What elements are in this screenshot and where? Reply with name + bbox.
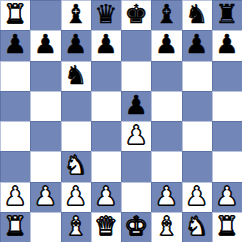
square-c3[interactable]: ♞ (61, 151, 91, 181)
piece-white-rook: ♜ (3, 213, 26, 239)
square-h4[interactable] (212, 121, 242, 151)
square-e2[interactable] (121, 182, 151, 212)
piece-white-pawn: ♟ (64, 183, 87, 209)
square-g8[interactable]: ♞ (182, 0, 212, 30)
square-h7[interactable]: ♟ (212, 30, 242, 60)
square-c1[interactable]: ♝ (61, 212, 91, 242)
square-a3[interactable] (0, 151, 30, 181)
square-d5[interactable] (91, 91, 121, 121)
square-f5[interactable] (151, 91, 181, 121)
square-d1[interactable]: ♛ (91, 212, 121, 242)
square-b7[interactable]: ♟ (30, 30, 60, 60)
square-f4[interactable] (151, 121, 181, 151)
square-e6[interactable] (121, 61, 151, 91)
piece-black-pawn: ♟ (155, 31, 178, 57)
square-d8[interactable]: ♛ (91, 0, 121, 30)
piece-black-bishop: ♝ (155, 1, 178, 27)
square-b3[interactable] (30, 151, 60, 181)
square-d7[interactable]: ♟ (91, 30, 121, 60)
piece-white-rook: ♜ (3, 1, 26, 27)
square-d4[interactable] (91, 121, 121, 151)
piece-black-pawn: ♟ (215, 31, 238, 57)
piece-white-bishop: ♝ (155, 213, 178, 239)
square-a1[interactable]: ♜ (0, 212, 30, 242)
piece-black-rook: ♜ (215, 1, 238, 27)
piece-black-knight: ♞ (64, 62, 87, 88)
piece-white-pawn: ♟ (34, 183, 57, 209)
piece-black-pawn: ♟ (3, 31, 26, 57)
chess-board: ♜♝♛♚♝♞♜♟♟♟♟♟♟♟♞♟♟♞♟♟♟♟♟♟♟♜♝♛♚♝♞♜ (0, 0, 242, 242)
piece-white-pawn: ♟ (124, 122, 147, 148)
piece-black-king: ♚ (124, 1, 147, 27)
square-h1[interactable]: ♜ (212, 212, 242, 242)
square-f1[interactable]: ♝ (151, 212, 181, 242)
square-c5[interactable] (61, 91, 91, 121)
piece-black-pawn: ♟ (34, 31, 57, 57)
square-c4[interactable] (61, 121, 91, 151)
piece-black-queen: ♛ (94, 1, 117, 27)
square-b1[interactable] (30, 212, 60, 242)
piece-white-pawn: ♟ (94, 183, 117, 209)
piece-black-bishop: ♝ (64, 1, 87, 27)
piece-white-bishop: ♝ (64, 213, 87, 239)
piece-black-pawn: ♟ (64, 31, 87, 57)
piece-white-pawn: ♟ (215, 183, 238, 209)
square-c7[interactable]: ♟ (61, 30, 91, 60)
square-d3[interactable] (91, 151, 121, 181)
square-e3[interactable] (121, 151, 151, 181)
square-f2[interactable]: ♟ (151, 182, 181, 212)
square-a7[interactable]: ♟ (0, 30, 30, 60)
square-a8[interactable]: ♜ (0, 0, 30, 30)
square-f8[interactable]: ♝ (151, 0, 181, 30)
square-b5[interactable] (30, 91, 60, 121)
square-h8[interactable]: ♜ (212, 0, 242, 30)
square-h2[interactable]: ♟ (212, 182, 242, 212)
square-a5[interactable] (0, 91, 30, 121)
square-h5[interactable] (212, 91, 242, 121)
square-g6[interactable] (182, 61, 212, 91)
square-e1[interactable]: ♚ (121, 212, 151, 242)
piece-white-rook: ♜ (215, 213, 238, 239)
piece-white-queen: ♛ (94, 213, 117, 239)
square-h6[interactable] (212, 61, 242, 91)
piece-white-pawn: ♟ (3, 183, 26, 209)
square-d2[interactable]: ♟ (91, 182, 121, 212)
square-a2[interactable]: ♟ (0, 182, 30, 212)
square-c2[interactable]: ♟ (61, 182, 91, 212)
piece-black-pawn: ♟ (185, 31, 208, 57)
piece-white-pawn: ♟ (155, 183, 178, 209)
piece-white-pawn: ♟ (185, 183, 208, 209)
square-a4[interactable] (0, 121, 30, 151)
square-c8[interactable]: ♝ (61, 0, 91, 30)
square-e4[interactable]: ♟ (121, 121, 151, 151)
piece-black-pawn: ♟ (94, 31, 117, 57)
square-e7[interactable] (121, 30, 151, 60)
square-f7[interactable]: ♟ (151, 30, 181, 60)
square-e5[interactable]: ♟ (121, 91, 151, 121)
square-b4[interactable] (30, 121, 60, 151)
piece-white-knight: ♞ (185, 213, 208, 239)
square-a6[interactable] (0, 61, 30, 91)
square-f3[interactable] (151, 151, 181, 181)
piece-white-knight: ♞ (64, 152, 87, 178)
square-b6[interactable] (30, 61, 60, 91)
piece-white-king: ♚ (124, 213, 147, 239)
square-g1[interactable]: ♞ (182, 212, 212, 242)
square-d6[interactable] (91, 61, 121, 91)
square-b8[interactable] (30, 0, 60, 30)
square-b2[interactable]: ♟ (30, 182, 60, 212)
square-c6[interactable]: ♞ (61, 61, 91, 91)
square-g4[interactable] (182, 121, 212, 151)
square-f6[interactable] (151, 61, 181, 91)
piece-black-pawn: ♟ (124, 92, 147, 118)
square-g3[interactable] (182, 151, 212, 181)
square-g5[interactable] (182, 91, 212, 121)
piece-black-knight: ♞ (185, 1, 208, 27)
square-h3[interactable] (212, 151, 242, 181)
square-g2[interactable]: ♟ (182, 182, 212, 212)
square-e8[interactable]: ♚ (121, 0, 151, 30)
square-g7[interactable]: ♟ (182, 30, 212, 60)
